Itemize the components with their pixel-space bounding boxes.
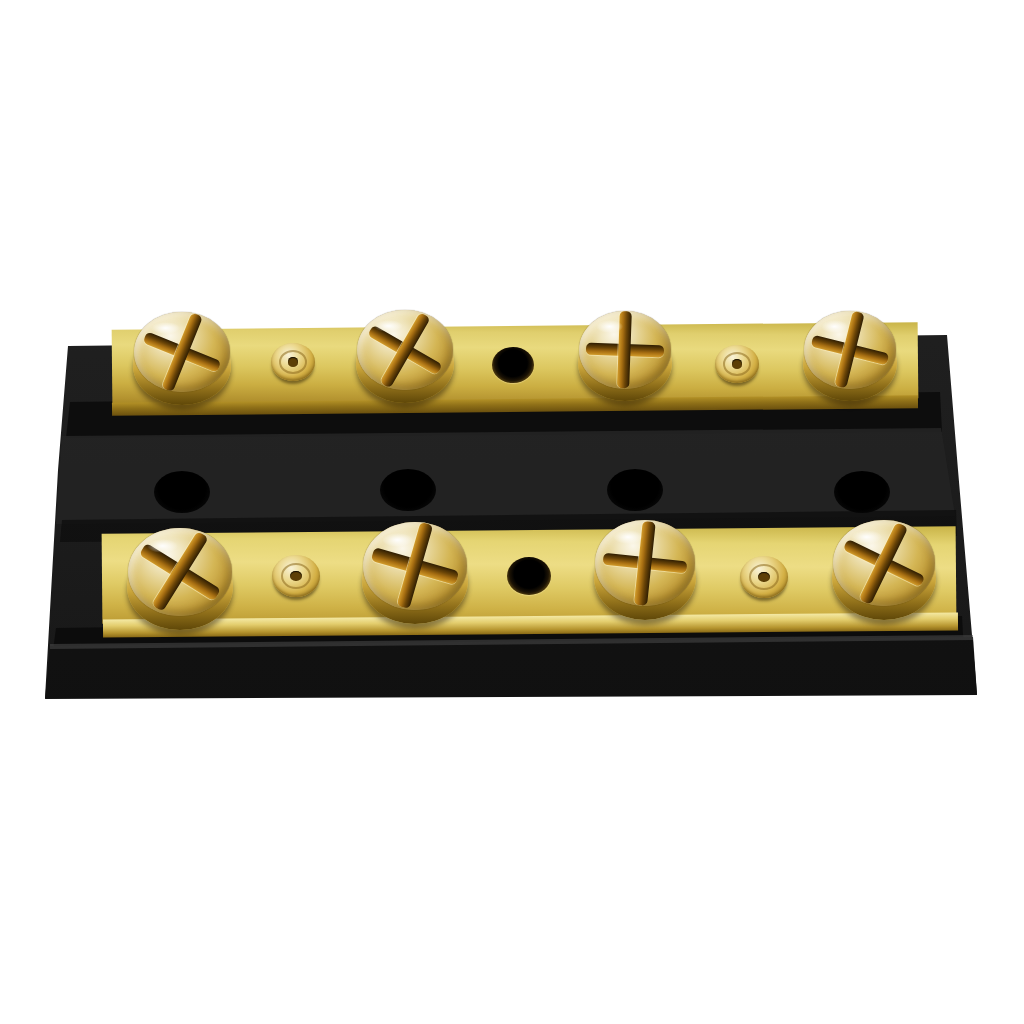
terminal-screw-large: [128, 528, 232, 616]
specular-highlight: [382, 533, 413, 547]
specular-highlight: [613, 530, 643, 544]
terminal-screw-large: [804, 311, 896, 389]
terminal-screw-large: [357, 310, 453, 390]
phillips-cross: [123, 297, 242, 407]
phillips-cross: [343, 291, 466, 408]
phillips-cross: [113, 507, 248, 637]
terminal-screw-large: [579, 311, 671, 389]
specular-highlight: [851, 530, 882, 544]
large-terminal-screws: [0, 0, 1024, 1024]
specular-highlight: [596, 320, 624, 332]
phillips-cross: [578, 309, 673, 390]
terminal-screw-large: [595, 520, 695, 606]
specular-highlight: [147, 539, 178, 553]
terminal-screw-large: [833, 520, 935, 606]
terminal-screw-large: [134, 312, 230, 392]
product-photo: [0, 0, 1024, 1024]
terminal-screw-large: [363, 522, 467, 610]
specular-highlight: [821, 320, 849, 332]
phillips-cross: [591, 515, 699, 611]
phillips-cross: [819, 502, 948, 624]
